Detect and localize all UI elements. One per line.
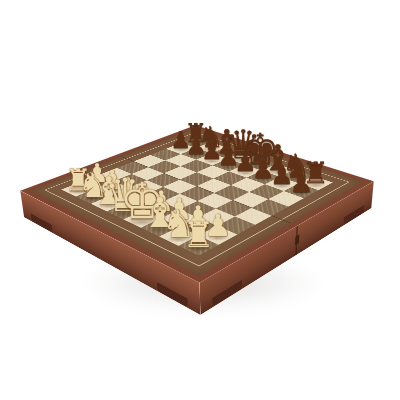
square-b1 xyxy=(76,189,111,204)
square-e4 xyxy=(180,186,215,201)
square-f4 xyxy=(197,193,232,209)
square-h1 xyxy=(179,236,219,256)
square-h7 xyxy=(284,183,319,198)
board-foot xyxy=(157,282,188,308)
square-d1 xyxy=(107,203,143,220)
square-h4 xyxy=(235,208,272,225)
square-h5 xyxy=(252,199,288,215)
clasp xyxy=(295,234,299,245)
square-g6 xyxy=(249,184,284,199)
square-d2 xyxy=(126,195,161,211)
square-f5 xyxy=(215,185,250,200)
square-g3 xyxy=(198,209,235,226)
board-foot xyxy=(212,280,242,308)
square-f3 xyxy=(179,201,215,217)
square-g2 xyxy=(179,217,217,235)
square-e2 xyxy=(143,202,179,218)
square-e3 xyxy=(162,194,197,210)
square-h6 xyxy=(268,191,303,207)
board-foot xyxy=(31,214,53,234)
chess-set-photo: ♜♞♝♛♚♝♞♜♟♟♟♟♟♟♟♟♟♟♟♟♟♟♟♟♜♞♝♛♚♝♞♜ xyxy=(0,0,400,400)
scene xyxy=(0,0,400,400)
square-h2 xyxy=(198,226,237,245)
square-h3 xyxy=(217,216,255,234)
chess-board xyxy=(20,125,373,283)
square-g1 xyxy=(159,227,198,246)
square-g5 xyxy=(233,192,268,208)
square-f1 xyxy=(141,218,179,236)
square-c1 xyxy=(91,196,126,212)
square-c2 xyxy=(110,188,145,203)
square-f2 xyxy=(161,210,198,227)
board-top-surface xyxy=(20,125,373,283)
square-e1 xyxy=(123,210,160,227)
square-g4 xyxy=(216,200,252,216)
board-foot xyxy=(344,205,365,226)
square-d3 xyxy=(145,187,180,202)
